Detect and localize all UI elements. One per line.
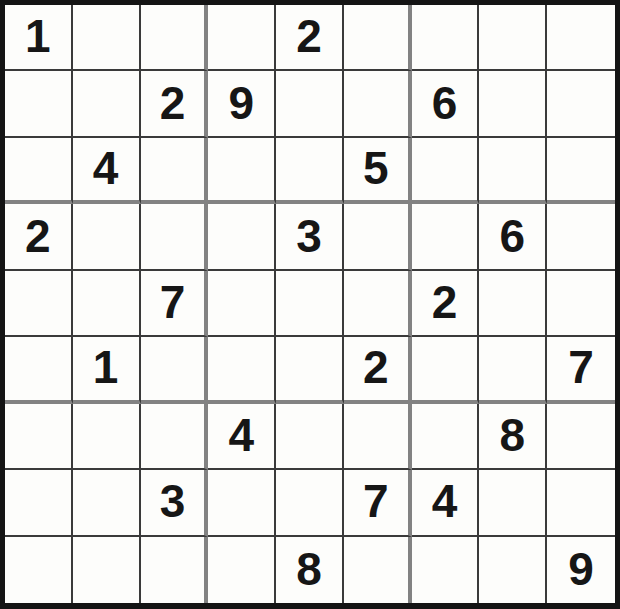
cell-r8c5[interactable] xyxy=(276,470,344,536)
cell-r1c9[interactable] xyxy=(547,5,615,71)
cell-r2c1[interactable] xyxy=(5,71,73,137)
cell-r5c6[interactable] xyxy=(344,271,412,337)
cell-r8c1[interactable] xyxy=(5,470,73,536)
given-digit: 1 xyxy=(25,13,51,59)
given-digit: 7 xyxy=(568,344,594,390)
given-digit: 3 xyxy=(296,213,322,259)
cell-r9c9[interactable]: 9 xyxy=(547,537,615,603)
cell-r2c5[interactable] xyxy=(276,71,344,137)
cell-r9c3[interactable] xyxy=(141,537,209,603)
cell-r9c5[interactable]: 8 xyxy=(276,537,344,603)
cell-r4c1[interactable]: 2 xyxy=(5,204,73,270)
cell-r6c4[interactable] xyxy=(208,337,276,403)
cell-r4c6[interactable] xyxy=(344,204,412,270)
given-digit: 7 xyxy=(160,279,186,325)
cell-r5c1[interactable] xyxy=(5,271,73,337)
cell-r1c2[interactable] xyxy=(73,5,141,71)
cell-r3c2[interactable]: 4 xyxy=(73,138,141,204)
given-digit: 2 xyxy=(432,279,458,325)
cell-r3c3[interactable] xyxy=(141,138,209,204)
cell-r7c1[interactable] xyxy=(5,404,73,470)
cell-r3c5[interactable] xyxy=(276,138,344,204)
given-digit: 1 xyxy=(93,344,119,390)
cell-r9c7[interactable] xyxy=(412,537,480,603)
cell-r4c2[interactable] xyxy=(73,204,141,270)
cell-r6c1[interactable] xyxy=(5,337,73,403)
cell-r2c3[interactable]: 2 xyxy=(141,71,209,137)
cell-r7c5[interactable] xyxy=(276,404,344,470)
cell-r8c7[interactable]: 4 xyxy=(412,470,480,536)
given-digit: 8 xyxy=(500,412,526,458)
cell-r1c3[interactable] xyxy=(141,5,209,71)
cell-r2c9[interactable] xyxy=(547,71,615,137)
cell-r4c4[interactable] xyxy=(208,204,276,270)
cell-r7c6[interactable] xyxy=(344,404,412,470)
cell-r6c5[interactable] xyxy=(276,337,344,403)
cell-r6c2[interactable]: 1 xyxy=(73,337,141,403)
cell-r3c9[interactable] xyxy=(547,138,615,204)
cell-r8c9[interactable] xyxy=(547,470,615,536)
cell-r5c7[interactable]: 2 xyxy=(412,271,480,337)
cell-r2c6[interactable] xyxy=(344,71,412,137)
given-digit: 4 xyxy=(228,412,254,458)
cell-r3c4[interactable] xyxy=(208,138,276,204)
given-digit: 2 xyxy=(296,13,322,59)
cell-r5c2[interactable] xyxy=(73,271,141,337)
cell-r9c8[interactable] xyxy=(479,537,547,603)
given-digit: 8 xyxy=(296,546,322,592)
cell-r5c8[interactable] xyxy=(479,271,547,337)
cell-r6c9[interactable]: 7 xyxy=(547,337,615,403)
given-digit: 7 xyxy=(363,478,389,524)
cell-r4c3[interactable] xyxy=(141,204,209,270)
cell-r8c8[interactable] xyxy=(479,470,547,536)
given-digit: 2 xyxy=(160,80,186,126)
given-digit: 9 xyxy=(228,80,254,126)
cell-r9c1[interactable] xyxy=(5,537,73,603)
cell-r9c4[interactable] xyxy=(208,537,276,603)
cell-r7c2[interactable] xyxy=(73,404,141,470)
cell-r9c2[interactable] xyxy=(73,537,141,603)
cell-r8c3[interactable]: 3 xyxy=(141,470,209,536)
cell-r1c1[interactable]: 1 xyxy=(5,5,73,71)
given-digit: 2 xyxy=(25,213,51,259)
given-digit: 4 xyxy=(93,145,119,191)
cell-r9c6[interactable] xyxy=(344,537,412,603)
cell-r5c4[interactable] xyxy=(208,271,276,337)
cell-r3c6[interactable]: 5 xyxy=(344,138,412,204)
cell-r6c6[interactable]: 2 xyxy=(344,337,412,403)
given-digit: 4 xyxy=(432,478,458,524)
given-digit: 9 xyxy=(568,546,594,592)
given-digit: 5 xyxy=(363,145,389,191)
sudoku-board: 1229645236721274837489 xyxy=(0,0,620,609)
given-digit: 3 xyxy=(160,478,186,524)
given-digit: 6 xyxy=(432,80,458,126)
cell-r5c9[interactable] xyxy=(547,271,615,337)
cell-r2c4[interactable]: 9 xyxy=(208,71,276,137)
cell-r6c8[interactable] xyxy=(479,337,547,403)
cell-r3c8[interactable] xyxy=(479,138,547,204)
cell-r7c4[interactable]: 4 xyxy=(208,404,276,470)
cell-r2c8[interactable] xyxy=(479,71,547,137)
cell-r4c5[interactable]: 3 xyxy=(276,204,344,270)
cell-r4c8[interactable]: 6 xyxy=(479,204,547,270)
cell-r3c7[interactable] xyxy=(412,138,480,204)
cell-r6c3[interactable] xyxy=(141,337,209,403)
given-digit: 6 xyxy=(500,213,526,259)
cell-r7c7[interactable] xyxy=(412,404,480,470)
cell-r7c9[interactable] xyxy=(547,404,615,470)
cell-r6c7[interactable] xyxy=(412,337,480,403)
cell-r2c2[interactable] xyxy=(73,71,141,137)
cell-r3c1[interactable] xyxy=(5,138,73,204)
cell-r2c7[interactable]: 6 xyxy=(412,71,480,137)
cell-r1c7[interactable] xyxy=(412,5,480,71)
cell-r1c4[interactable] xyxy=(208,5,276,71)
cell-r8c2[interactable] xyxy=(73,470,141,536)
cell-r1c5[interactable]: 2 xyxy=(276,5,344,71)
cell-r8c4[interactable] xyxy=(208,470,276,536)
cell-r1c6[interactable] xyxy=(344,5,412,71)
cell-r8c6[interactable]: 7 xyxy=(344,470,412,536)
given-digit: 2 xyxy=(363,344,389,390)
cell-r4c9[interactable] xyxy=(547,204,615,270)
cell-r4c7[interactable] xyxy=(412,204,480,270)
cell-r7c3[interactable] xyxy=(141,404,209,470)
cell-r7c8[interactable]: 8 xyxy=(479,404,547,470)
cell-r1c8[interactable] xyxy=(479,5,547,71)
cell-r5c5[interactable] xyxy=(276,271,344,337)
cell-r5c3[interactable]: 7 xyxy=(141,271,209,337)
